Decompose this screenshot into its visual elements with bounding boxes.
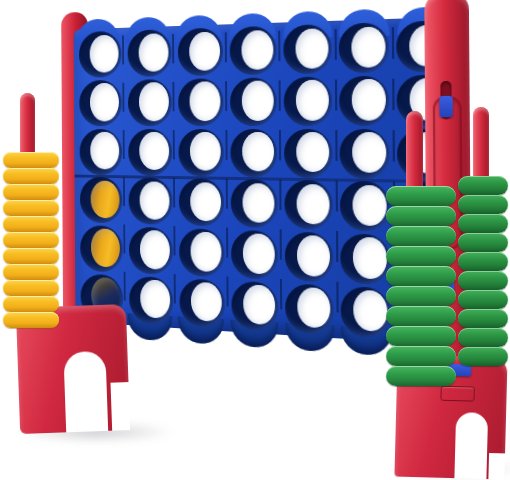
left-foot-arch-cutout: [63, 351, 108, 432]
board-cell: [174, 26, 226, 77]
board-cell: [280, 127, 336, 179]
board-cell: [226, 25, 280, 77]
green-ring: [458, 214, 508, 233]
board-hole-c6-r5: [340, 233, 390, 285]
board-cell: [336, 179, 394, 233]
green-ring: [386, 266, 456, 286]
board-hole-c1-r5: [80, 225, 123, 273]
yellow-ring: [3, 232, 59, 248]
green-ring: [458, 290, 508, 309]
board-hole-c2-r2: [127, 79, 171, 126]
board-hole-c1-r4: [79, 177, 122, 224]
green-ring: [458, 195, 508, 214]
green-ring: [458, 347, 508, 366]
board-hole-c3-r5: [179, 228, 224, 277]
yellow-ring-stack: [3, 152, 59, 328]
left-foot-back-step: [111, 382, 131, 431]
yellow-ring: [3, 296, 59, 312]
board-hole-c4-r6: [231, 280, 278, 331]
board-cell: [227, 228, 281, 281]
board-hole-c6-r6: [340, 286, 390, 339]
board-hole-c6-r3: [339, 129, 389, 179]
board-cell: [76, 127, 125, 176]
right-foot-back-step: [488, 453, 505, 479]
board-hole-c4-r1: [229, 26, 276, 75]
green-ring: [386, 186, 456, 206]
board-cell: [125, 225, 175, 276]
board-hole-c4-r4: [230, 179, 277, 228]
green-ring: [386, 226, 456, 246]
board-hole-c4-r5: [231, 230, 278, 280]
green-ring-stack-front: [386, 186, 456, 386]
board-cell: [175, 227, 227, 279]
board-hole-c2-r4: [128, 178, 172, 226]
yellow-ring: [3, 264, 59, 280]
board-cell: [281, 281, 337, 336]
board-hole-c2-r3: [128, 129, 172, 176]
green-ring: [386, 286, 456, 306]
green-ring: [458, 233, 508, 252]
green-ring-stack-back: [458, 176, 508, 366]
yellow-ring: [3, 280, 59, 296]
green-ring: [458, 309, 508, 328]
board-cell: [124, 78, 174, 128]
board-cell: [280, 75, 336, 127]
board-cell: [279, 23, 335, 76]
board-cell: [174, 77, 226, 128]
board-cell: [280, 179, 336, 232]
blue-slider-lock-upper: [439, 96, 453, 117]
board-cell: [76, 79, 125, 128]
board-hole-c5-r6: [285, 283, 334, 335]
board-hole-c1-r2: [79, 80, 122, 126]
board-hole-c3-r1: [177, 28, 222, 77]
board-hole-c6-r2: [339, 76, 389, 126]
yellow-ring: [3, 312, 59, 328]
board-hole-c1-r1: [78, 31, 121, 78]
board-hole-c6-r1: [338, 23, 388, 74]
board-hole-c4-r3: [230, 129, 277, 178]
yellow-ring: [3, 152, 59, 168]
board-cell: [75, 30, 124, 80]
green-ring: [386, 246, 456, 266]
board-cell: [281, 230, 337, 284]
green-ring: [386, 346, 456, 366]
board-cell: [76, 176, 125, 226]
board-hole-c5-r1: [283, 24, 332, 74]
green-ring: [386, 206, 456, 226]
green-ring: [386, 326, 456, 346]
yellow-ring: [3, 216, 59, 232]
board-cell: [77, 224, 126, 274]
board-hole-c5-r4: [284, 180, 333, 230]
green-ring: [386, 306, 456, 326]
board-hole-c3-r2: [178, 78, 223, 126]
board-cell: [125, 176, 175, 226]
board-cell: [227, 178, 281, 230]
yellow-ring: [3, 248, 59, 264]
board-cell: [335, 127, 393, 180]
green-ring: [458, 271, 508, 290]
board-cell: [175, 177, 227, 228]
right-foot-arch-cutout: [454, 412, 488, 479]
board-cell: [125, 274, 175, 326]
embossed-logo-plate: [440, 386, 474, 402]
yellow-ring: [3, 184, 59, 200]
board-hole-c3-r3: [178, 129, 223, 177]
board-hole-c3-r6: [179, 278, 224, 328]
board-hole-c1-r3: [79, 129, 122, 175]
green-ring: [458, 252, 508, 271]
board-cell: [226, 76, 280, 127]
board-hole-c5-r5: [284, 231, 333, 282]
board-cell: [335, 21, 393, 75]
product-photo-scene: [0, 0, 510, 480]
board-cell: [125, 127, 175, 177]
yellow-ring: [3, 200, 59, 216]
board-hole-c2-r6: [129, 275, 173, 324]
board-cell: [124, 28, 174, 78]
yellow-ring: [3, 168, 59, 184]
board-hole-c2-r5: [128, 227, 172, 275]
board-cell: [176, 276, 228, 329]
green-ring: [386, 366, 456, 386]
board-hole-c5-r3: [283, 129, 332, 178]
board-cell: [175, 127, 227, 177]
board-hole-c2-r1: [127, 29, 171, 77]
board-hole-c6-r4: [339, 181, 389, 232]
board-hole-c4-r2: [229, 77, 276, 126]
board-hole-c5-r2: [283, 76, 332, 125]
board-cell: [226, 127, 280, 178]
green-ring: [458, 328, 508, 347]
board-cell: [227, 279, 281, 333]
board-cell: [335, 74, 393, 127]
board-hole-c3-r4: [178, 178, 223, 226]
green-ring: [458, 176, 508, 195]
